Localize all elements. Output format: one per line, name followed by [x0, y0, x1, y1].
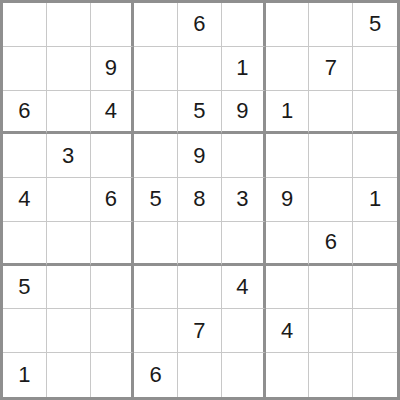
cell-r4c8[interactable]: [309, 134, 353, 178]
cell-r8c6[interactable]: [222, 309, 266, 353]
cell-r3c1[interactable]: 6: [3, 91, 47, 135]
cell-r8c2[interactable]: [47, 309, 91, 353]
cell-r4c4[interactable]: [134, 134, 178, 178]
cell-r1c2[interactable]: [47, 3, 91, 47]
cell-r2c4[interactable]: [134, 47, 178, 91]
cell-r8c9[interactable]: [353, 309, 397, 353]
cell-r9c5[interactable]: [178, 353, 222, 397]
cell-r1c3[interactable]: [91, 3, 135, 47]
cell-r1c7[interactable]: [266, 3, 310, 47]
cell-r7c2[interactable]: [47, 266, 91, 310]
cell-r2c9[interactable]: [353, 47, 397, 91]
cell-r3c9[interactable]: [353, 91, 397, 135]
cell-r8c7[interactable]: 4: [266, 309, 310, 353]
cell-r7c6[interactable]: 4: [222, 266, 266, 310]
cell-r6c2[interactable]: [47, 222, 91, 266]
cell-r2c2[interactable]: [47, 47, 91, 91]
cell-r9c4[interactable]: 6: [134, 353, 178, 397]
cell-r4c6[interactable]: [222, 134, 266, 178]
cell-r5c6[interactable]: 3: [222, 178, 266, 222]
cell-r3c4[interactable]: [134, 91, 178, 135]
cell-r6c5[interactable]: [178, 222, 222, 266]
cell-r8c3[interactable]: [91, 309, 135, 353]
cell-r9c7[interactable]: [266, 353, 310, 397]
cell-r4c7[interactable]: [266, 134, 310, 178]
cell-r2c5[interactable]: [178, 47, 222, 91]
cell-r8c5[interactable]: 7: [178, 309, 222, 353]
cell-r4c9[interactable]: [353, 134, 397, 178]
cell-r9c3[interactable]: [91, 353, 135, 397]
cell-r7c9[interactable]: [353, 266, 397, 310]
cell-r9c1[interactable]: 1: [3, 353, 47, 397]
cell-r1c6[interactable]: [222, 3, 266, 47]
cell-r1c9[interactable]: 5: [353, 3, 397, 47]
cell-r3c8[interactable]: [309, 91, 353, 135]
cell-r3c5[interactable]: 5: [178, 91, 222, 135]
cell-r7c5[interactable]: [178, 266, 222, 310]
cell-r1c1[interactable]: [3, 3, 47, 47]
cell-r6c6[interactable]: [222, 222, 266, 266]
cell-r2c7[interactable]: [266, 47, 310, 91]
cell-r2c6[interactable]: 1: [222, 47, 266, 91]
cell-r6c1[interactable]: [3, 222, 47, 266]
cell-r6c8[interactable]: 6: [309, 222, 353, 266]
cell-r9c6[interactable]: [222, 353, 266, 397]
cell-r5c1[interactable]: 4: [3, 178, 47, 222]
cell-r2c8[interactable]: 7: [309, 47, 353, 91]
cell-r8c1[interactable]: [3, 309, 47, 353]
cell-r1c4[interactable]: [134, 3, 178, 47]
cell-r5c9[interactable]: 1: [353, 178, 397, 222]
cell-r5c7[interactable]: 9: [266, 178, 310, 222]
cell-r7c4[interactable]: [134, 266, 178, 310]
cell-r3c7[interactable]: 1: [266, 91, 310, 135]
cell-r5c8[interactable]: [309, 178, 353, 222]
cell-r6c7[interactable]: [266, 222, 310, 266]
cell-r5c2[interactable]: [47, 178, 91, 222]
cell-r2c3[interactable]: 9: [91, 47, 135, 91]
cell-r5c4[interactable]: 5: [134, 178, 178, 222]
cell-r9c2[interactable]: [47, 353, 91, 397]
cell-r3c3[interactable]: 4: [91, 91, 135, 135]
cell-r3c6[interactable]: 9: [222, 91, 266, 135]
cell-r7c3[interactable]: [91, 266, 135, 310]
cell-r7c8[interactable]: [309, 266, 353, 310]
cell-r4c3[interactable]: [91, 134, 135, 178]
cell-r6c4[interactable]: [134, 222, 178, 266]
cell-r9c8[interactable]: [309, 353, 353, 397]
cell-r9c9[interactable]: [353, 353, 397, 397]
cell-r5c5[interactable]: 8: [178, 178, 222, 222]
cell-r8c4[interactable]: [134, 309, 178, 353]
cell-r4c1[interactable]: [3, 134, 47, 178]
cell-r7c7[interactable]: [266, 266, 310, 310]
cell-r7c1[interactable]: 5: [3, 266, 47, 310]
cell-r1c8[interactable]: [309, 3, 353, 47]
cell-r5c3[interactable]: 6: [91, 178, 135, 222]
cell-r2c1[interactable]: [3, 47, 47, 91]
cell-r4c2[interactable]: 3: [47, 134, 91, 178]
cell-r8c8[interactable]: [309, 309, 353, 353]
cell-r6c9[interactable]: [353, 222, 397, 266]
cell-r4c5[interactable]: 9: [178, 134, 222, 178]
cell-r6c3[interactable]: [91, 222, 135, 266]
sudoku-board: 65917645913946583916547416: [0, 0, 400, 400]
cell-r1c5[interactable]: 6: [178, 3, 222, 47]
cell-r3c2[interactable]: [47, 91, 91, 135]
